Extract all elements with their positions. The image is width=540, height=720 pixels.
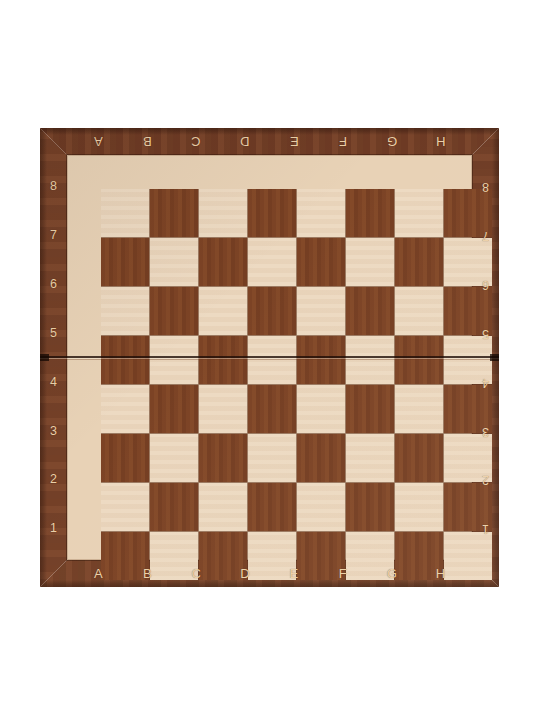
square-f3 [346,434,394,482]
square-d7 [248,238,296,286]
file-cell-g-bottom: G [367,560,416,587]
file-label: F [339,567,347,580]
square-c7 [199,238,247,286]
rank-label: 7 [482,229,489,242]
rank-cell-4-left: 4 [40,358,67,407]
rank-cell-8-right: 8 [472,162,499,211]
square-g5 [395,336,443,384]
file-cell-h-bottom: H [416,560,465,587]
rank-cell-6-right: 6 [472,260,499,309]
rank-cell-3-left: 3 [40,406,67,455]
square-g2 [395,483,443,531]
rank-label: 5 [50,327,57,340]
file-label: A [94,135,103,148]
file-cell-e-top: E [270,128,319,155]
square-a6 [101,287,149,335]
square-b5 [150,336,198,384]
square-c3 [199,434,247,482]
rank-label: 6 [482,278,489,291]
square-c2 [199,483,247,531]
rank-cell-5-left: 5 [40,309,67,358]
rank-label: 8 [482,180,489,193]
file-cell-a-top: A [74,128,123,155]
file-cell-d-bottom: D [221,560,270,587]
rank-cell-2-left: 2 [40,455,67,504]
rank-label: 4 [50,376,57,389]
square-e3 [297,434,345,482]
square-g6 [395,287,443,335]
file-cell-e-bottom: E [270,560,319,587]
square-b6 [150,287,198,335]
rank-label: 5 [482,327,489,340]
rank-label: 1 [50,522,57,535]
square-f5 [346,336,394,384]
file-label: H [436,135,445,148]
square-e2 [297,483,345,531]
rank-label: 3 [482,425,489,438]
square-e4 [297,385,345,433]
file-label: C [191,135,200,148]
square-g4 [395,385,443,433]
square-g7 [395,238,443,286]
hinge-notch-left [40,354,49,361]
file-label: D [240,567,249,580]
rank-label: 2 [50,473,57,486]
file-cell-c-bottom: C [172,560,221,587]
rank-label: 8 [50,180,57,193]
square-a2 [101,483,149,531]
square-c4 [199,385,247,433]
rank-cell-4-right: 4 [472,358,499,407]
square-b3 [150,434,198,482]
square-e8 [297,189,345,237]
rank-label: 4 [482,376,489,389]
file-labels-top: ABCDEFGH [74,128,465,155]
square-f8 [346,189,394,237]
file-cell-c-top: C [172,128,221,155]
square-f2 [346,483,394,531]
square-d2 [248,483,296,531]
file-cell-f-bottom: F [318,560,367,587]
rank-cell-7-right: 7 [472,211,499,260]
hinge-notch-right [490,354,499,361]
product-photo-scene: ABCDEFGH ABCDEFGH 87654321 87654321 [0,0,540,720]
square-a4 [101,385,149,433]
file-label: E [290,567,299,580]
rank-label: 7 [50,229,57,242]
square-b4 [150,385,198,433]
file-cell-g-top: G [367,128,416,155]
square-c8 [199,189,247,237]
square-f6 [346,287,394,335]
rank-label: 6 [50,278,57,291]
rank-cell-7-left: 7 [40,211,67,260]
square-d4 [248,385,296,433]
file-label: B [143,135,152,148]
file-cell-b-top: B [123,128,172,155]
rank-cell-2-right: 2 [472,455,499,504]
file-label: F [339,135,347,148]
square-e7 [297,238,345,286]
square-a3 [101,434,149,482]
square-d8 [248,189,296,237]
rank-cell-5-right: 5 [472,309,499,358]
file-label: C [191,567,200,580]
square-c6 [199,287,247,335]
square-e5 [297,336,345,384]
square-c5 [199,336,247,384]
file-label: E [290,135,299,148]
file-label: D [240,135,249,148]
rank-cell-1-left: 1 [40,504,67,553]
rank-cell-3-right: 3 [472,406,499,455]
rank-label: 3 [50,425,57,438]
square-f7 [346,238,394,286]
file-label: A [94,567,103,580]
square-a7 [101,238,149,286]
square-f4 [346,385,394,433]
square-d6 [248,287,296,335]
file-cell-a-bottom: A [74,560,123,587]
file-label: B [143,567,152,580]
square-b8 [150,189,198,237]
square-a5 [101,336,149,384]
square-d5 [248,336,296,384]
rank-cell-1-right: 1 [472,504,499,553]
square-b7 [150,238,198,286]
rank-label: 2 [482,473,489,486]
square-b2 [150,483,198,531]
file-labels-bottom: ABCDEFGH [74,560,465,587]
rank-cell-6-left: 6 [40,260,67,309]
file-cell-d-top: D [221,128,270,155]
square-a8 [101,189,149,237]
file-cell-b-bottom: B [123,560,172,587]
square-e6 [297,287,345,335]
square-g8 [395,189,443,237]
file-label: G [387,567,397,580]
file-label: H [436,567,445,580]
rank-label: 1 [482,522,489,535]
chess-board: ABCDEFGH ABCDEFGH 87654321 87654321 [40,128,499,587]
squares-grid [101,189,492,580]
board-fold-hinge-line [40,356,499,360]
file-label: G [387,135,397,148]
square-d3 [248,434,296,482]
square-g3 [395,434,443,482]
rank-cell-8-left: 8 [40,162,67,211]
file-cell-f-top: F [318,128,367,155]
file-cell-h-top: H [416,128,465,155]
